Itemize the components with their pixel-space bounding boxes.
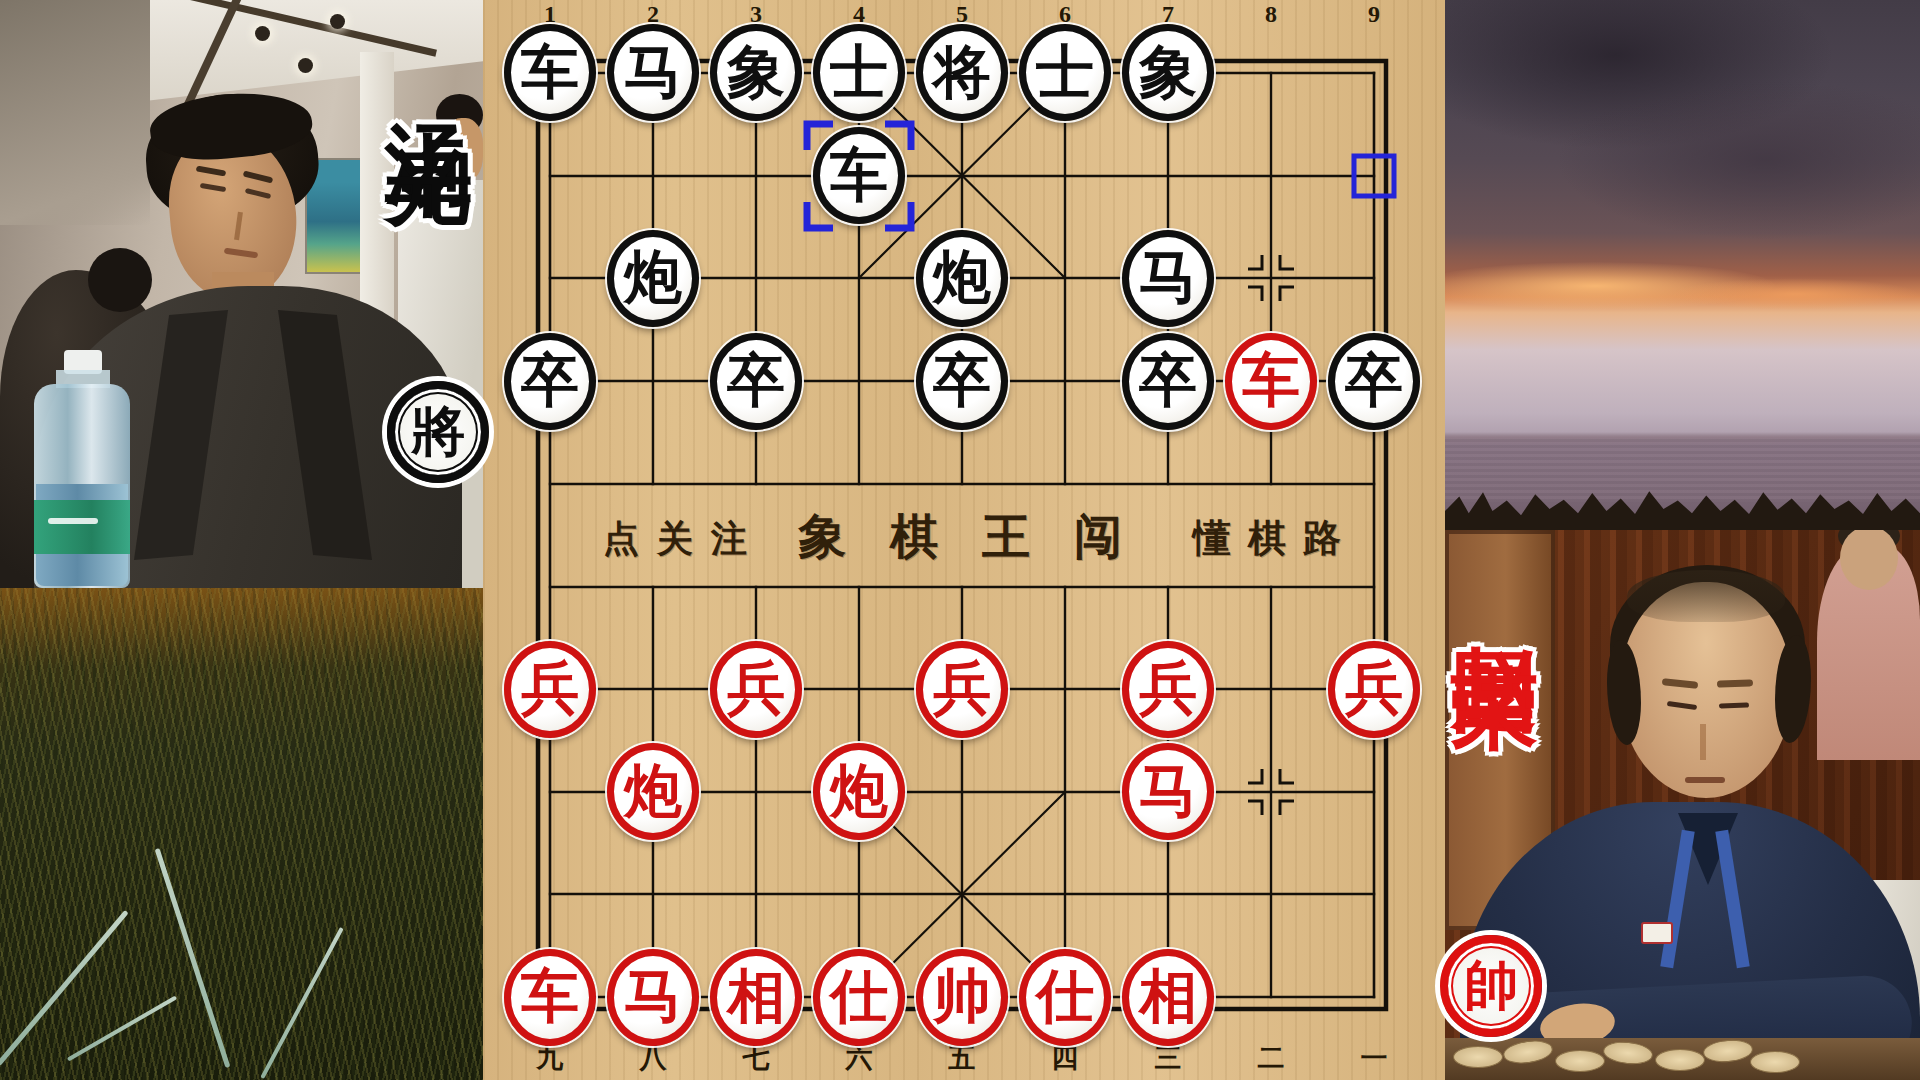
background-head <box>88 248 152 312</box>
pieces-layer: 车马象士将士象车炮炮马卒卒卒卒车卒兵兵兵兵兵炮炮马车马相仕帅仕相 <box>499 22 1426 1049</box>
nose <box>1700 724 1706 760</box>
player-red-badge: 帥 <box>1440 935 1542 1037</box>
piece-black-士[interactable]: 士 <box>813 24 905 121</box>
photo-player-black <box>0 0 483 588</box>
piece-black-车[interactable]: 车 <box>504 24 596 121</box>
piece-black-车[interactable]: 车 <box>813 127 905 224</box>
piece-black-卒[interactable]: 卒 <box>1122 333 1214 430</box>
piece-black-马[interactable]: 马 <box>1122 230 1214 327</box>
piece-black-卒[interactable]: 卒 <box>1328 333 1420 430</box>
piece-red-车[interactable]: 车 <box>1225 333 1317 430</box>
player-hair-thin <box>1627 570 1785 622</box>
piece-black-马[interactable]: 马 <box>607 24 699 121</box>
piece-red-炮[interactable]: 炮 <box>813 743 905 840</box>
photo-sunset-sea <box>1445 0 1920 530</box>
xiangqi-board: 123456789 九八七六五四三二一 点关注 象棋王闯 懂棋路 车马象士将士象… <box>483 0 1445 1080</box>
grass-blade <box>67 996 177 1062</box>
piece-red-帅[interactable]: 帅 <box>916 949 1008 1046</box>
piece-black-士[interactable]: 士 <box>1019 24 1111 121</box>
player-black-name: 汤卓光 <box>384 52 472 76</box>
water-bottle <box>34 350 130 588</box>
background-person-head <box>440 118 483 182</box>
spotlight <box>330 14 345 29</box>
wall-shadow <box>0 0 150 225</box>
piece-black-卒[interactable]: 卒 <box>504 333 596 430</box>
spotlight <box>255 26 270 41</box>
grass-blade <box>155 848 231 1068</box>
wooden-piece <box>1555 1050 1605 1072</box>
wooden-piece <box>1750 1051 1800 1073</box>
wooden-piece <box>1655 1049 1705 1071</box>
piece-black-象[interactable]: 象 <box>710 24 802 121</box>
piece-black-象[interactable]: 象 <box>1122 24 1214 121</box>
piece-red-兵[interactable]: 兵 <box>1122 641 1214 738</box>
bottle-label <box>34 500 130 554</box>
bottle-label-mark <box>48 518 98 524</box>
piece-red-兵[interactable]: 兵 <box>916 641 1008 738</box>
piece-black-将[interactable]: 将 <box>916 24 1008 121</box>
piece-red-仕[interactable]: 仕 <box>813 949 905 1046</box>
piece-red-兵[interactable]: 兵 <box>1328 641 1420 738</box>
grass-blade <box>260 927 343 1079</box>
piece-red-兵[interactable]: 兵 <box>504 641 596 738</box>
piece-black-卒[interactable]: 卒 <box>710 333 802 430</box>
piece-red-相[interactable]: 相 <box>710 949 802 1046</box>
piece-red-相[interactable]: 相 <box>1122 949 1214 1046</box>
piece-black-炮[interactable]: 炮 <box>916 230 1008 327</box>
player-black-badge: 將 <box>387 381 489 483</box>
piece-black-炮[interactable]: 炮 <box>607 230 699 327</box>
piece-red-马[interactable]: 马 <box>607 949 699 1046</box>
sea-ripples <box>1445 436 1920 502</box>
eyebrow <box>1717 679 1753 687</box>
piece-red-车[interactable]: 车 <box>504 949 596 1046</box>
piece-red-马[interactable]: 马 <box>1122 743 1214 840</box>
photo-grass <box>0 588 483 1080</box>
shirt-logo <box>1641 922 1673 944</box>
spotlight <box>298 58 313 73</box>
player-red-name: 赵国荣 <box>1450 575 1538 602</box>
mouth <box>1685 777 1725 783</box>
badge-red-char: 帥 <box>1464 950 1518 1023</box>
piece-red-仕[interactable]: 仕 <box>1019 949 1111 1046</box>
piece-red-炮[interactable]: 炮 <box>607 743 699 840</box>
sunset-glow <box>1670 278 1920 310</box>
grass-blade <box>0 910 129 1066</box>
scene: 123456789 九八七六五四三二一 点关注 象棋王闯 懂棋路 车马象士将士象… <box>0 0 1920 1080</box>
piece-black-卒[interactable]: 卒 <box>916 333 1008 430</box>
badge-black-char: 將 <box>411 396 465 469</box>
wooden-piece <box>1453 1046 1503 1068</box>
piece-red-兵[interactable]: 兵 <box>710 641 802 738</box>
eye <box>1719 702 1749 708</box>
